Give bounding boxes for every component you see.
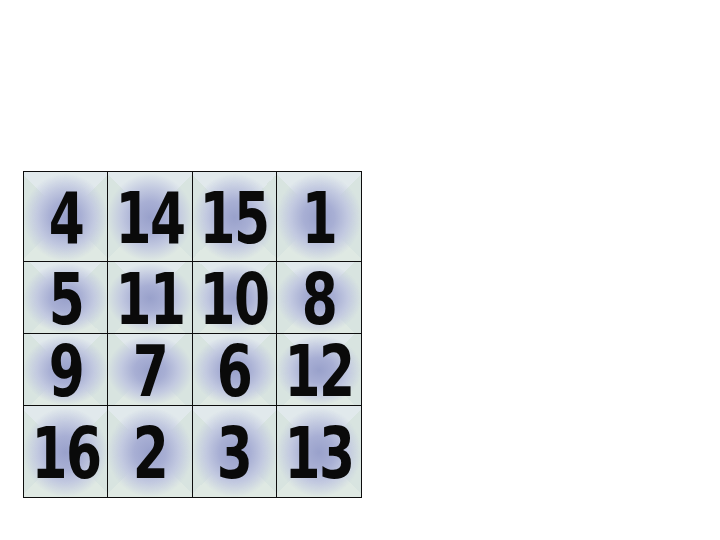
cell-value: 10 (199, 263, 268, 334)
cell-r3-c1: 2 (108, 406, 192, 498)
cell-r1-c1: 11 (108, 262, 192, 334)
cell-r0-c0: 4 (24, 172, 108, 262)
cell-r1-c0: 5 (24, 262, 108, 334)
magic-square-board: 4 14 15 1 5 11 10 8 9 7 6 12 16 2 3 13 (23, 171, 362, 498)
cell-r3-c2: 3 (193, 406, 277, 498)
cell-r0-c2: 15 (193, 172, 277, 262)
cell-value: 1 (302, 182, 337, 254)
cell-value: 14 (115, 182, 184, 254)
cell-r1-c2: 10 (193, 262, 277, 334)
cell-r3-c3: 13 (277, 406, 361, 498)
cell-value: 7 (133, 335, 168, 406)
cell-value: 16 (31, 417, 100, 489)
cell-r2-c2: 6 (193, 334, 277, 406)
cell-value: 15 (199, 182, 268, 254)
cell-value: 9 (48, 335, 83, 406)
cell-value: 2 (133, 417, 168, 489)
cell-r2-c0: 9 (24, 334, 108, 406)
cell-r2-c3: 12 (277, 334, 361, 406)
cell-r0-c1: 14 (108, 172, 192, 262)
cell-value: 5 (48, 263, 83, 334)
cell-r3-c0: 16 (24, 406, 108, 498)
cell-r0-c3: 1 (277, 172, 361, 262)
cell-value: 4 (48, 182, 83, 254)
cell-r1-c3: 8 (277, 262, 361, 334)
cell-value: 12 (284, 335, 353, 406)
cell-value: 6 (217, 335, 252, 406)
cell-value: 8 (302, 263, 337, 334)
cell-value: 13 (284, 417, 353, 489)
cell-value: 11 (115, 263, 184, 334)
cell-value: 3 (217, 417, 252, 489)
cell-r2-c1: 7 (108, 334, 192, 406)
